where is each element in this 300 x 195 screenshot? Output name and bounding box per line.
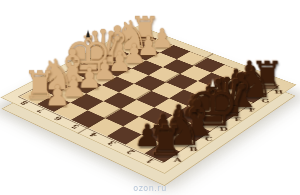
watermark: ozon.ru <box>0 184 300 193</box>
chess-board: 87654321ABCDEFGH ♜♞♝♚♛♝♞♜♟♟♟♟♟♟♟♟♟♟♟♟♟♟♟… <box>1 25 297 173</box>
king-finial <box>86 30 90 38</box>
product-photo: 87654321ABCDEFGH ♜♞♝♚♛♝♞♜♟♟♟♟♟♟♟♟♟♟♟♟♟♟♟… <box>0 0 300 195</box>
scene: 87654321ABCDEFGH ♜♞♝♚♛♝♞♜♟♟♟♟♟♟♟♟♟♟♟♟♟♟♟… <box>0 0 300 195</box>
pieces-layer: ♜♞♝♚♛♝♞♜♟♟♟♟♟♟♟♟♟♟♟♟♟♟♟♟♜♞♝♚♛♝♞♜ <box>1 25 297 173</box>
piece-white-pawn-a7: ♟ <box>42 82 71 111</box>
king-finial <box>210 79 214 87</box>
piece-black-rook-a1: ♜ <box>145 121 187 163</box>
